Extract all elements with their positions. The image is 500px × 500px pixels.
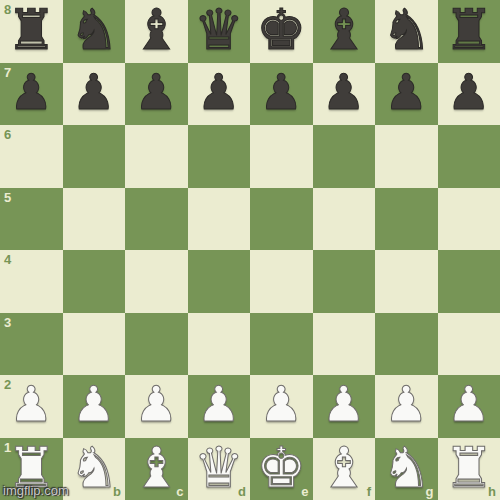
piece-black-bishop[interactable]: ♝ [131,0,181,62]
square-g5[interactable] [375,188,438,251]
square-f7[interactable]: ♟ [313,63,376,126]
square-g7[interactable]: ♟ [375,63,438,126]
square-f2[interactable]: ♟ [313,375,376,438]
piece-black-pawn[interactable]: ♟ [447,62,491,125]
piece-white-pawn[interactable]: ♟ [259,374,303,437]
square-b3[interactable] [63,313,126,376]
square-e1[interactable]: e♚ [250,438,313,500]
square-c7[interactable]: ♟ [125,63,188,126]
square-b4[interactable] [63,250,126,313]
square-b1[interactable]: b♞ [63,438,126,500]
square-c6[interactable] [125,125,188,188]
square-f8[interactable]: ♝ [313,0,376,63]
piece-white-king[interactable]: ♚ [256,437,306,500]
piece-white-queen[interactable]: ♛ [194,437,244,500]
imgflip-watermark: imgflip.com [3,483,69,498]
piece-white-pawn[interactable]: ♟ [384,374,428,437]
square-d2[interactable]: ♟ [188,375,251,438]
square-h1[interactable]: h♜ [438,438,500,500]
square-g3[interactable] [375,313,438,376]
square-h3[interactable] [438,313,500,376]
square-h6[interactable] [438,125,500,188]
square-b7[interactable]: ♟ [63,63,126,126]
square-a7[interactable]: 7♟ [0,63,63,126]
square-e8[interactable]: ♚ [250,0,313,63]
rank-label: 4 [4,253,11,266]
square-d3[interactable] [188,313,251,376]
square-g8[interactable]: ♞ [375,0,438,63]
square-d1[interactable]: d♛ [188,438,251,500]
square-d6[interactable] [188,125,251,188]
rank-label: 6 [4,128,11,141]
square-e5[interactable] [250,188,313,251]
piece-black-pawn[interactable]: ♟ [384,62,428,125]
chess-board: 8♜♞♝♛♚♝♞♜7♟♟♟♟♟♟♟♟65432♟♟♟♟♟♟♟♟1a♜b♞c♝d♛… [0,0,500,500]
square-b6[interactable] [63,125,126,188]
square-b8[interactable]: ♞ [63,0,126,63]
piece-white-knight[interactable]: ♞ [69,437,119,500]
square-a4[interactable]: 4 [0,250,63,313]
rank-label: 3 [4,316,11,329]
piece-white-bishop[interactable]: ♝ [319,437,369,500]
square-e4[interactable] [250,250,313,313]
square-c4[interactable] [125,250,188,313]
piece-white-pawn[interactable]: ♟ [9,374,53,437]
piece-white-bishop[interactable]: ♝ [131,437,181,500]
square-c3[interactable] [125,313,188,376]
square-a2[interactable]: 2♟ [0,375,63,438]
chess-board-image: 8♜♞♝♛♚♝♞♜7♟♟♟♟♟♟♟♟65432♟♟♟♟♟♟♟♟1a♜b♞c♝d♛… [0,0,500,500]
piece-black-king[interactable]: ♚ [256,0,306,62]
square-d4[interactable] [188,250,251,313]
piece-black-knight[interactable]: ♞ [69,0,119,62]
square-d7[interactable]: ♟ [188,63,251,126]
square-d8[interactable]: ♛ [188,0,251,63]
square-h4[interactable] [438,250,500,313]
piece-black-pawn[interactable]: ♟ [259,62,303,125]
piece-white-pawn[interactable]: ♟ [322,374,366,437]
square-f6[interactable] [313,125,376,188]
square-g6[interactable] [375,125,438,188]
piece-black-pawn[interactable]: ♟ [72,62,116,125]
square-b2[interactable]: ♟ [63,375,126,438]
square-f5[interactable] [313,188,376,251]
square-h2[interactable]: ♟ [438,375,500,438]
square-b5[interactable] [63,188,126,251]
square-a5[interactable]: 5 [0,188,63,251]
square-d5[interactable] [188,188,251,251]
piece-black-bishop[interactable]: ♝ [319,0,369,62]
piece-white-pawn[interactable]: ♟ [447,374,491,437]
square-a6[interactable]: 6 [0,125,63,188]
piece-white-pawn[interactable]: ♟ [134,374,178,437]
piece-white-knight[interactable]: ♞ [381,437,431,500]
square-c8[interactable]: ♝ [125,0,188,63]
square-e7[interactable]: ♟ [250,63,313,126]
square-h5[interactable] [438,188,500,251]
rank-label: 5 [4,191,11,204]
square-f4[interactable] [313,250,376,313]
square-e3[interactable] [250,313,313,376]
piece-black-rook[interactable]: ♜ [444,0,494,62]
square-g4[interactable] [375,250,438,313]
piece-black-pawn[interactable]: ♟ [197,62,241,125]
square-h7[interactable]: ♟ [438,63,500,126]
square-a8[interactable]: 8♜ [0,0,63,63]
piece-white-pawn[interactable]: ♟ [197,374,241,437]
square-a3[interactable]: 3 [0,313,63,376]
piece-white-pawn[interactable]: ♟ [72,374,116,437]
piece-black-queen[interactable]: ♛ [194,0,244,62]
square-g1[interactable]: g♞ [375,438,438,500]
square-c5[interactable] [125,188,188,251]
square-f1[interactable]: f♝ [313,438,376,500]
square-e2[interactable]: ♟ [250,375,313,438]
square-e6[interactable] [250,125,313,188]
piece-black-rook[interactable]: ♜ [6,0,56,62]
square-h8[interactable]: ♜ [438,0,500,63]
piece-black-knight[interactable]: ♞ [381,0,431,62]
piece-white-rook[interactable]: ♜ [444,437,494,500]
square-c1[interactable]: c♝ [125,438,188,500]
square-g2[interactable]: ♟ [375,375,438,438]
piece-black-pawn[interactable]: ♟ [322,62,366,125]
square-c2[interactable]: ♟ [125,375,188,438]
piece-black-pawn[interactable]: ♟ [134,62,178,125]
square-f3[interactable] [313,313,376,376]
piece-black-pawn[interactable]: ♟ [9,62,53,125]
